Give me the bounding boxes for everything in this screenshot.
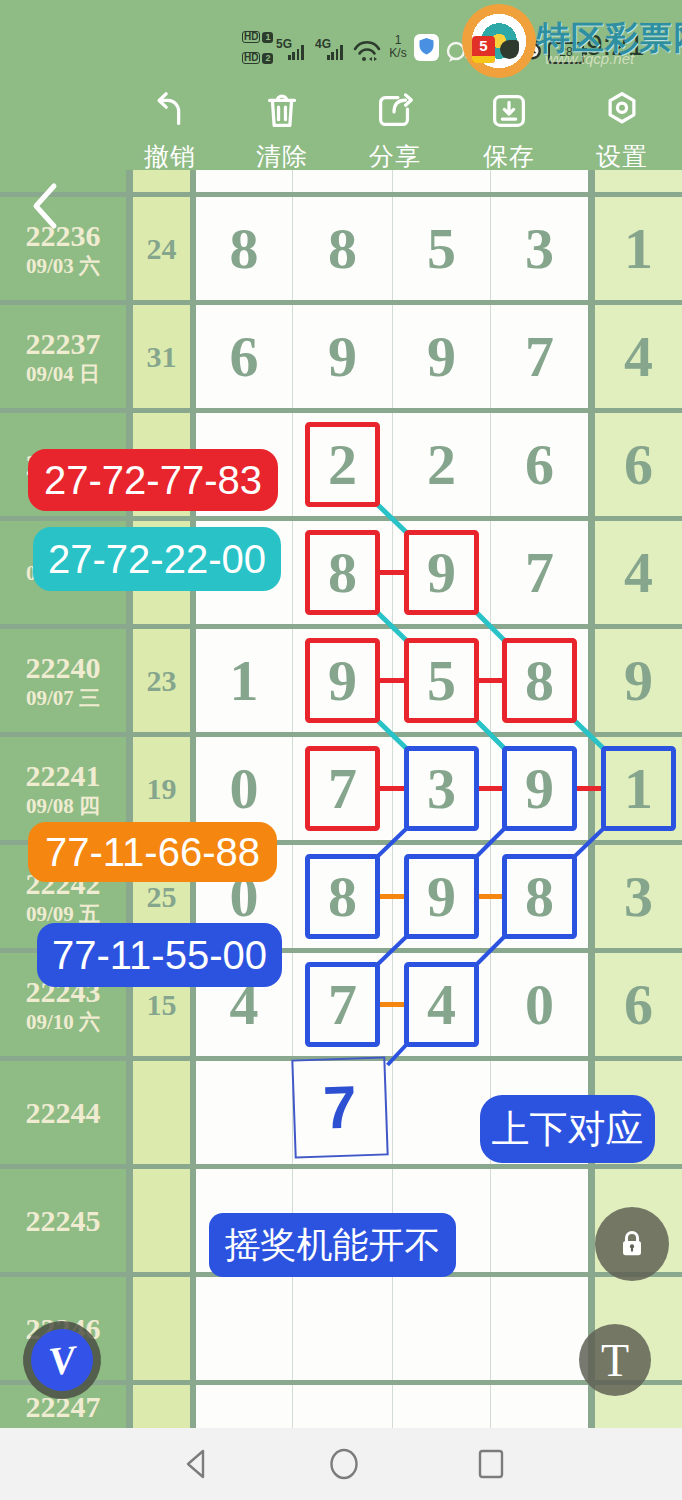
sum-cell: 31 (133, 305, 190, 408)
digit-cell (491, 1169, 588, 1272)
badge-5-app-icon: 5 (472, 36, 495, 63)
settings-icon (599, 88, 645, 134)
column-separator (588, 197, 595, 300)
digit-cell: 8 (491, 845, 588, 948)
sum-cell: 23 (133, 629, 190, 732)
digit-cell: 7 (491, 521, 588, 624)
digit-cell: 8 (196, 197, 292, 300)
digit-cell (293, 170, 392, 192)
undo-icon (147, 88, 193, 134)
column-separator (126, 1169, 133, 1272)
digit-cell: 1 (595, 197, 682, 300)
chart-row: 22247 (0, 1385, 682, 1428)
settings-button[interactable]: 设置 (576, 88, 668, 173)
digit-cell (196, 1061, 292, 1164)
digit-cell: 8 (293, 845, 392, 948)
digit-cell (491, 1385, 588, 1428)
hd2-icon: HD2 (242, 52, 273, 64)
sum-cell (133, 1169, 190, 1272)
digit-cell: 9 (595, 629, 682, 732)
draw-date: 09/07 三 (26, 685, 100, 711)
column-separator (126, 1277, 133, 1380)
digit-cell: 8 (491, 629, 588, 732)
share-icon (372, 88, 418, 134)
row-label: 2224009/07 三 (0, 629, 126, 732)
digit-cell (393, 1061, 490, 1164)
period-number: 22240 (26, 651, 101, 685)
back-button[interactable] (28, 180, 62, 232)
digit-cell (293, 1277, 392, 1380)
digit-cell (491, 170, 588, 192)
digit-cell (196, 170, 292, 192)
digit-cell: 6 (196, 305, 292, 408)
chart-row: 2223709/04 日3169974 (0, 305, 682, 408)
row-label: 2223709/04 日 (0, 305, 126, 408)
phone-screen: HD1 HD2 5G 4G 1K/s 5 (0, 0, 682, 1500)
text-tool-label: T (601, 1334, 629, 1387)
digit-cell: 3 (491, 197, 588, 300)
status-bar: HD1 HD2 5G 4G 1K/s 5 (0, 0, 682, 80)
text-tool-button[interactable]: T (579, 1324, 651, 1396)
lock-icon (614, 1225, 650, 1263)
column-separator (126, 1061, 133, 1164)
column-separator (126, 305, 133, 408)
digit-cell (293, 1385, 392, 1428)
annotation-bubble-red[interactable]: 27-72-77-83 (28, 449, 278, 511)
digit-cell: 7 (293, 737, 392, 840)
column-separator (588, 170, 595, 192)
sum-cell: 24 (133, 197, 190, 300)
column-separator (588, 737, 595, 840)
nav-home-button[interactable] (324, 1444, 364, 1484)
hd1-icon: HD1 (242, 31, 273, 43)
draw-tool-label: V (46, 1335, 77, 1385)
digit-cell (595, 170, 682, 192)
net-speed: 1K/s (386, 34, 410, 60)
share-button[interactable]: 分享 (349, 88, 441, 173)
signal-bars-icon (288, 44, 304, 60)
sum-cell (133, 170, 190, 192)
digit-cell (196, 1385, 292, 1428)
digit-cell: 5 (393, 197, 490, 300)
row-label: 22247 (0, 1385, 126, 1428)
period-number: 22244 (26, 1096, 101, 1130)
column-separator (126, 629, 133, 732)
sum-cell (133, 1277, 190, 1380)
digit-cell: 6 (595, 953, 682, 1056)
period-number: 22247 (26, 1390, 101, 1424)
digit-cell: 8 (293, 197, 392, 300)
chart-row (0, 170, 682, 192)
annotation-bubble-teal[interactable]: 27-72-22-00 (33, 527, 281, 591)
annotation-bubble-question[interactable]: 摇奖机能开不 (209, 1213, 456, 1277)
draw-date: 09/10 六 (26, 1009, 100, 1035)
chart-row: 2224009/07 三2319589 (0, 629, 682, 732)
sum-cell (133, 1061, 190, 1164)
row-label: 2223609/03 六 (0, 197, 126, 300)
period-number: 22237 (26, 327, 101, 361)
lock-button[interactable] (595, 1207, 669, 1281)
column-separator (588, 305, 595, 408)
column-separator (126, 170, 133, 192)
handwritten-prediction-box: 7 (291, 1056, 388, 1158)
digit-cell (491, 1277, 588, 1380)
digit-cell (393, 170, 490, 192)
digit-cell: 1 (196, 629, 292, 732)
column-separator (588, 629, 595, 732)
digit-cell: 9 (393, 305, 490, 408)
digit-cell: 0 (491, 953, 588, 1056)
draw-date: 09/03 六 (26, 253, 100, 279)
clear-button[interactable]: 清除 (236, 88, 328, 173)
drawing-toolbar: 撤销 清除 分享 保存 (0, 80, 682, 170)
android-nav-bar (0, 1428, 682, 1500)
digit-cell: 9 (293, 305, 392, 408)
digit-cell: 8 (293, 521, 392, 624)
column-separator (126, 1385, 133, 1428)
save-icon (486, 88, 532, 134)
wifi-icon (352, 40, 382, 64)
digit-cell: 7 (293, 953, 392, 1056)
draw-date: 09/08 四 (26, 793, 100, 819)
row-label: 22244 (0, 1061, 126, 1164)
period-number: 22245 (26, 1204, 101, 1238)
digit-cell (393, 1277, 490, 1380)
column-separator (588, 1169, 595, 1272)
digit-cell: 6 (595, 413, 682, 516)
column-separator (588, 413, 595, 516)
signal-bars-icon (327, 44, 343, 60)
column-separator (588, 521, 595, 624)
column-separator (588, 845, 595, 948)
digit-cell: 4 (595, 305, 682, 408)
digit-cell: 9 (393, 845, 490, 948)
annotation-bubble-updown[interactable]: 上下对应 (480, 1095, 655, 1163)
undo-button[interactable]: 撤销 (124, 88, 216, 173)
save-button[interactable]: 保存 (463, 88, 555, 173)
column-separator (126, 197, 133, 300)
annotation-bubble-orange[interactable]: 77-11-66-88 (28, 822, 277, 882)
shield-app-icon (414, 34, 439, 61)
chart-row: 2223609/03 六2488531 (0, 197, 682, 300)
digit-cell: 4 (393, 953, 490, 1056)
digit-cell: 5 (393, 629, 490, 732)
row-label: 22245 (0, 1169, 126, 1272)
nav-recents-button[interactable] (471, 1444, 511, 1484)
digit-cell: 7 (491, 305, 588, 408)
digit-cell: 6 (491, 413, 588, 516)
digit-cell: 2 (393, 413, 490, 516)
dark-app-icon (500, 40, 519, 59)
digit-cell (393, 1385, 490, 1428)
digit-cell: 9 (491, 737, 588, 840)
annotation-bubble-blue[interactable]: 77-11-55-00 (37, 923, 282, 987)
digit-cell: 3 (393, 737, 490, 840)
digit-cell: 1 (595, 737, 682, 840)
row-label (0, 170, 126, 192)
digit-cell: 2 (293, 413, 392, 516)
digit-cell (196, 1277, 292, 1380)
nav-back-button[interactable] (177, 1444, 217, 1484)
draw-date: 09/04 日 (26, 361, 100, 387)
trash-icon (259, 88, 305, 134)
digit-cell: 9 (393, 521, 490, 624)
digit-cell: 4 (595, 521, 682, 624)
sum-cell (133, 1385, 190, 1428)
column-separator (588, 953, 595, 1056)
digit-cell: 9 (293, 629, 392, 732)
column-separator (588, 1385, 595, 1428)
site-watermark: www.tqcp.net (545, 50, 634, 67)
digit-cell: 3 (595, 845, 682, 948)
period-number: 22241 (26, 759, 101, 793)
